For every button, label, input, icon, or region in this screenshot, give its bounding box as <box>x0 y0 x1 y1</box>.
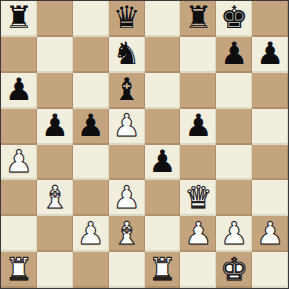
square-e2[interactable] <box>145 216 181 252</box>
square-h8[interactable] <box>252 1 288 37</box>
square-e7[interactable] <box>145 37 181 73</box>
black-pawn-b5[interactable]: ♟ <box>41 110 69 141</box>
square-b6[interactable] <box>37 73 73 109</box>
square-g7[interactable]: ♟ <box>216 37 252 73</box>
square-f7[interactable] <box>180 37 216 73</box>
square-a5[interactable] <box>1 109 37 145</box>
white-pawn-h2[interactable]: ♟ <box>256 218 284 249</box>
square-a2[interactable] <box>1 216 37 252</box>
square-b3[interactable]: ♝ <box>37 180 73 216</box>
square-a3[interactable] <box>1 180 37 216</box>
square-g5[interactable] <box>216 109 252 145</box>
white-bishop-b3[interactable]: ♝ <box>41 182 69 213</box>
square-b8[interactable] <box>37 1 73 37</box>
square-d1[interactable] <box>109 252 145 288</box>
square-g1[interactable]: ♚ <box>216 252 252 288</box>
black-pawn-a6[interactable]: ♟ <box>5 74 33 105</box>
black-pawn-f5[interactable]: ♟ <box>184 110 212 141</box>
square-e5[interactable] <box>145 109 181 145</box>
square-c3[interactable] <box>73 180 109 216</box>
square-h1[interactable] <box>252 252 288 288</box>
square-d4[interactable] <box>109 145 145 181</box>
square-c6[interactable] <box>73 73 109 109</box>
black-king-g8[interactable]: ♚ <box>220 2 248 33</box>
black-rook-f8[interactable]: ♜ <box>184 2 212 33</box>
square-g4[interactable] <box>216 145 252 181</box>
square-e1[interactable]: ♜ <box>145 252 181 288</box>
white-pawn-f2[interactable]: ♟ <box>184 218 212 249</box>
square-h5[interactable] <box>252 109 288 145</box>
square-c8[interactable] <box>73 1 109 37</box>
square-f6[interactable] <box>180 73 216 109</box>
square-f5[interactable]: ♟ <box>180 109 216 145</box>
white-pawn-d3[interactable]: ♟ <box>113 182 141 213</box>
square-e4[interactable]: ♟ <box>145 145 181 181</box>
square-g3[interactable] <box>216 180 252 216</box>
white-pawn-c2[interactable]: ♟ <box>77 218 105 249</box>
square-e3[interactable] <box>145 180 181 216</box>
square-c2[interactable]: ♟ <box>73 216 109 252</box>
white-pawn-a4[interactable]: ♟ <box>5 146 33 177</box>
black-bishop-d6[interactable]: ♝ <box>113 74 141 105</box>
square-a6[interactable]: ♟ <box>1 73 37 109</box>
square-f3[interactable]: ♛ <box>180 180 216 216</box>
square-b2[interactable] <box>37 216 73 252</box>
square-h4[interactable] <box>252 145 288 181</box>
white-rook-a1[interactable]: ♜ <box>5 254 33 285</box>
square-c5[interactable]: ♟ <box>73 109 109 145</box>
square-d7[interactable]: ♞ <box>109 37 145 73</box>
square-h7[interactable]: ♟ <box>252 37 288 73</box>
square-e6[interactable] <box>145 73 181 109</box>
black-pawn-e4[interactable]: ♟ <box>149 146 177 177</box>
black-pawn-c5[interactable]: ♟ <box>77 110 105 141</box>
square-a7[interactable] <box>1 37 37 73</box>
black-pawn-g7[interactable]: ♟ <box>220 38 248 69</box>
square-e8[interactable] <box>145 1 181 37</box>
square-g8[interactable]: ♚ <box>216 1 252 37</box>
square-a1[interactable]: ♜ <box>1 252 37 288</box>
square-d5[interactable]: ♟ <box>109 109 145 145</box>
square-c4[interactable] <box>73 145 109 181</box>
square-f1[interactable] <box>180 252 216 288</box>
black-pawn-h7[interactable]: ♟ <box>256 38 284 69</box>
square-d2[interactable]: ♝ <box>109 216 145 252</box>
square-f2[interactable]: ♟ <box>180 216 216 252</box>
square-b1[interactable] <box>37 252 73 288</box>
square-h6[interactable] <box>252 73 288 109</box>
square-h2[interactable]: ♟ <box>252 216 288 252</box>
square-c7[interactable] <box>73 37 109 73</box>
square-f8[interactable]: ♜ <box>180 1 216 37</box>
square-b4[interactable] <box>37 145 73 181</box>
square-a4[interactable]: ♟ <box>1 145 37 181</box>
black-knight-d7[interactable]: ♞ <box>113 38 141 69</box>
square-f4[interactable] <box>180 145 216 181</box>
square-d3[interactable]: ♟ <box>109 180 145 216</box>
chess-board: ♜♛♜♚♞♟♟♟♝♟♟♟♟♟♟♝♟♛♟♝♟♟♟♜♜♚ <box>0 0 289 289</box>
white-bishop-d2[interactable]: ♝ <box>113 218 141 249</box>
square-h3[interactable] <box>252 180 288 216</box>
black-queen-d8[interactable]: ♛ <box>113 2 141 33</box>
white-rook-e1[interactable]: ♜ <box>149 254 177 285</box>
square-b5[interactable]: ♟ <box>37 109 73 145</box>
square-b7[interactable] <box>37 37 73 73</box>
white-pawn-d5[interactable]: ♟ <box>113 110 141 141</box>
square-g6[interactable] <box>216 73 252 109</box>
square-c1[interactable] <box>73 252 109 288</box>
square-d8[interactable]: ♛ <box>109 1 145 37</box>
black-rook-a8[interactable]: ♜ <box>5 2 33 33</box>
white-king-g1[interactable]: ♚ <box>220 254 248 285</box>
square-d6[interactable]: ♝ <box>109 73 145 109</box>
white-pawn-g2[interactable]: ♟ <box>220 218 248 249</box>
white-queen-f3[interactable]: ♛ <box>184 182 212 213</box>
square-a8[interactable]: ♜ <box>1 1 37 37</box>
square-g2[interactable]: ♟ <box>216 216 252 252</box>
